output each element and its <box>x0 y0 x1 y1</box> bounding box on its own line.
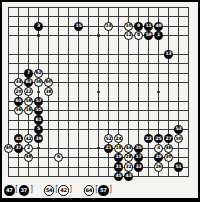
intersection <box>13 172 23 181</box>
intersection <box>83 87 93 96</box>
black-stone-63: 63 <box>24 78 33 87</box>
intersection <box>83 31 93 40</box>
intersection: 60 <box>43 78 53 87</box>
intersection: 59 <box>143 31 153 40</box>
intersection <box>123 50 133 59</box>
intersection <box>173 78 183 87</box>
intersection <box>143 40 153 49</box>
black-stone-23: 23 <box>144 134 153 143</box>
intersection <box>183 162 193 171</box>
intersection <box>83 125 93 134</box>
intersection <box>63 78 73 87</box>
intersection <box>63 97 73 106</box>
intersection <box>83 40 93 49</box>
intersection <box>73 144 83 153</box>
black-stone-41: 41 <box>14 134 23 143</box>
intersection <box>143 144 153 153</box>
intersection <box>33 153 43 162</box>
intersection <box>113 40 123 49</box>
intersection <box>63 3 73 12</box>
intersection: 19 <box>113 153 123 162</box>
intersection <box>33 50 43 59</box>
intersection <box>183 97 193 106</box>
intersection <box>173 40 183 49</box>
intersection <box>163 172 173 181</box>
intersection <box>153 87 163 96</box>
intersection <box>173 21 183 30</box>
legend-at-stone: 37 <box>19 185 30 196</box>
legend-move-stone: 64 <box>84 185 95 196</box>
intersection: 57 <box>33 97 43 106</box>
intersection <box>43 115 53 124</box>
intersection <box>3 12 13 21</box>
black-stone-55: 55 <box>34 106 43 115</box>
intersection <box>83 3 93 12</box>
intersection <box>113 78 123 87</box>
legend-move-stone: 54 <box>44 185 55 196</box>
intersection <box>173 3 183 12</box>
intersection: 28 <box>123 153 133 162</box>
intersection <box>153 40 163 49</box>
intersection <box>13 50 23 59</box>
legend-item: 64[57] <box>84 185 113 196</box>
black-stone-25: 25 <box>154 134 163 143</box>
intersection: 1 <box>153 31 163 40</box>
intersection <box>143 78 153 87</box>
intersection: 32 <box>123 162 133 171</box>
white-stone-52: 52 <box>104 134 113 143</box>
intersection <box>103 97 113 106</box>
intersection: 14 <box>103 21 113 30</box>
intersection <box>63 162 73 171</box>
intersection <box>163 125 173 134</box>
intersection: 65 <box>13 97 23 106</box>
black-stone-37: 37 <box>14 144 23 153</box>
intersection <box>33 144 43 153</box>
intersection: 49 <box>153 21 163 30</box>
intersection <box>133 59 143 68</box>
star-point <box>97 34 99 36</box>
intersection <box>43 21 53 30</box>
white-stone-12: 12 <box>124 31 133 40</box>
intersection <box>73 153 83 162</box>
intersection <box>33 12 43 21</box>
intersection <box>43 50 53 59</box>
intersection <box>63 50 73 59</box>
black-stone-3: 3 <box>34 22 43 31</box>
intersection <box>123 125 133 134</box>
intersection: 23 <box>143 134 153 143</box>
intersection <box>153 97 163 106</box>
intersection <box>143 3 153 12</box>
intersection <box>123 12 133 21</box>
intersection <box>43 153 53 162</box>
intersection <box>13 3 23 12</box>
intersection <box>113 3 123 12</box>
intersection <box>143 12 153 21</box>
intersection <box>183 31 193 40</box>
intersection: 45 <box>113 172 123 181</box>
intersection <box>183 59 193 68</box>
intersection <box>113 125 123 134</box>
legend-bracket: ] <box>30 186 32 194</box>
intersection <box>123 115 133 124</box>
intersection <box>73 31 83 40</box>
legend-bracket: [ <box>55 186 57 194</box>
intersection <box>133 115 143 124</box>
intersection: 38 <box>43 87 53 96</box>
legend-move-stone: 47 <box>4 185 15 196</box>
intersection <box>153 115 163 124</box>
intersection <box>183 153 193 162</box>
black-stone-57: 57 <box>34 97 43 106</box>
intersection <box>83 78 93 87</box>
intersection: 26 <box>153 162 163 171</box>
intersection <box>63 144 73 153</box>
intersection <box>93 87 103 96</box>
intersection: 48 <box>23 153 33 162</box>
intersection <box>23 50 33 59</box>
intersection <box>103 68 113 77</box>
intersection: 8 <box>133 31 143 40</box>
intersection <box>83 172 93 181</box>
intersection: 6 <box>53 153 63 162</box>
white-stone-24: 24 <box>114 134 123 143</box>
intersection: 55 <box>33 106 43 115</box>
intersection <box>73 78 83 87</box>
intersection <box>183 172 193 181</box>
intersection <box>63 106 73 115</box>
intersection <box>113 21 123 30</box>
intersection <box>43 125 53 134</box>
intersection <box>23 21 33 30</box>
intersection <box>13 115 23 124</box>
intersection <box>3 153 13 162</box>
intersection <box>173 153 183 162</box>
intersection <box>63 153 73 162</box>
intersection <box>103 87 113 96</box>
intersection <box>53 12 63 21</box>
intersection <box>53 115 63 124</box>
intersection <box>63 87 73 96</box>
white-stone-46: 46 <box>164 144 173 153</box>
intersection <box>163 87 173 96</box>
intersection <box>33 172 43 181</box>
intersection <box>93 106 103 115</box>
intersection <box>133 3 143 12</box>
white-stone-42: 42 <box>24 134 33 143</box>
intersection <box>73 87 83 96</box>
intersection <box>53 106 63 115</box>
intersection <box>93 40 103 49</box>
intersection <box>53 59 63 68</box>
intersection: 41 <box>13 134 23 143</box>
intersection: 39 <box>33 134 43 143</box>
intersection <box>53 172 63 181</box>
white-stone-40: 40 <box>4 144 13 153</box>
intersection <box>103 12 113 21</box>
intersection <box>153 172 163 181</box>
intersection <box>13 68 23 77</box>
intersection: 33 <box>133 162 143 171</box>
star-point <box>97 91 99 93</box>
intersection <box>163 162 173 171</box>
intersection <box>123 97 133 106</box>
intersection <box>173 144 183 153</box>
intersection <box>3 31 13 40</box>
intersection <box>23 59 33 68</box>
white-stone-58: 58 <box>24 97 33 106</box>
intersection <box>103 172 113 181</box>
intersection: 44 <box>123 144 133 153</box>
intersection <box>23 12 33 21</box>
intersection: 58 <box>23 97 33 106</box>
intersection: 2 <box>23 144 33 153</box>
intersection <box>3 115 13 124</box>
intersection <box>183 68 193 77</box>
black-stone-33: 33 <box>134 162 143 171</box>
intersection: 35 <box>133 144 143 153</box>
intersection <box>3 40 13 49</box>
intersection <box>153 50 163 59</box>
intersection <box>153 12 163 21</box>
intersection <box>153 59 163 68</box>
intersection <box>103 78 113 87</box>
intersection <box>93 172 103 181</box>
intersection <box>43 68 53 77</box>
legend-bracket: [ <box>15 186 17 194</box>
intersection <box>173 87 183 96</box>
black-stone-43: 43 <box>124 172 133 181</box>
star-point <box>97 147 99 149</box>
white-stone-10: 10 <box>124 22 133 31</box>
intersection <box>33 87 43 96</box>
intersection <box>183 87 193 96</box>
intersection <box>73 115 83 124</box>
intersection <box>53 134 63 143</box>
intersection <box>83 153 93 162</box>
intersection: 50 <box>173 134 183 143</box>
intersection <box>73 68 83 77</box>
intersection <box>33 40 43 49</box>
intersection <box>33 3 43 12</box>
black-stone-53: 53 <box>174 125 183 134</box>
intersection: 46 <box>163 144 173 153</box>
intersection <box>43 3 53 12</box>
intersection: 61 <box>33 115 43 124</box>
black-stone-31: 31 <box>114 162 123 171</box>
intersection <box>23 125 33 134</box>
intersection <box>93 12 103 21</box>
intersection <box>73 106 83 115</box>
intersection <box>3 162 13 171</box>
intersection <box>83 106 93 115</box>
star-point <box>37 34 39 36</box>
black-stone-15: 15 <box>74 22 83 31</box>
intersection: 16 <box>23 106 33 115</box>
intersection <box>3 134 13 143</box>
white-stone-4: 4 <box>154 144 163 153</box>
intersection <box>93 162 103 171</box>
intersection <box>183 3 193 12</box>
intersection <box>163 106 173 115</box>
intersection <box>13 153 23 162</box>
white-stone-32: 32 <box>124 162 133 171</box>
intersection <box>43 59 53 68</box>
intersection <box>133 87 143 96</box>
white-stone-30: 30 <box>164 153 173 162</box>
intersection <box>83 162 93 171</box>
intersection <box>43 172 53 181</box>
intersection <box>63 12 73 21</box>
intersection <box>163 59 173 68</box>
intersection <box>93 125 103 134</box>
intersection <box>53 97 63 106</box>
intersection <box>73 172 83 181</box>
intersection <box>73 3 83 12</box>
intersection <box>103 153 113 162</box>
intersection <box>3 3 13 12</box>
intersection <box>53 78 63 87</box>
intersection: 5 <box>33 125 43 134</box>
black-stone-39: 39 <box>34 134 43 143</box>
intersection <box>93 78 103 87</box>
intersection <box>83 115 93 124</box>
intersection <box>123 78 133 87</box>
intersection <box>113 12 123 21</box>
black-stone-59: 59 <box>144 31 153 40</box>
intersection <box>163 97 173 106</box>
intersection: 12 <box>123 31 133 40</box>
intersection <box>163 31 173 40</box>
intersection <box>53 31 63 40</box>
black-stone-9: 9 <box>134 22 143 31</box>
intersection <box>13 125 23 134</box>
intersection <box>63 31 73 40</box>
intersection: 24 <box>113 134 123 143</box>
intersection <box>33 59 43 68</box>
intersection <box>73 40 83 49</box>
legend-bracket: ] <box>110 186 112 194</box>
star-point <box>157 91 159 93</box>
intersection: 11 <box>143 21 153 30</box>
white-stone-14: 14 <box>104 22 113 31</box>
black-stone-1: 1 <box>154 31 163 40</box>
white-stone-16: 16 <box>24 106 33 115</box>
legend-item: 54[42] <box>44 185 73 196</box>
intersection <box>3 50 13 59</box>
intersection: 20 <box>13 87 23 96</box>
star-point <box>37 147 39 149</box>
intersection <box>183 40 193 49</box>
intersection <box>13 31 23 40</box>
intersection <box>143 59 153 68</box>
intersection <box>3 106 13 115</box>
intersection <box>23 172 33 181</box>
go-board: 3151410911491285911376234633660202238655… <box>3 3 193 181</box>
intersection <box>123 106 133 115</box>
intersection <box>173 31 183 40</box>
intersection <box>183 134 193 143</box>
intersection <box>13 12 23 21</box>
intersection <box>173 172 183 181</box>
black-stone-29: 29 <box>154 153 163 162</box>
intersection <box>53 144 63 153</box>
white-stone-44: 44 <box>124 144 133 153</box>
intersection: 4 <box>153 144 163 153</box>
intersection <box>133 106 143 115</box>
intersection <box>103 115 113 124</box>
intersection <box>143 153 153 162</box>
intersection <box>133 40 143 49</box>
intersection <box>163 68 173 77</box>
intersection <box>183 78 193 87</box>
white-stone-20: 20 <box>14 87 23 96</box>
intersection <box>93 31 103 40</box>
intersection <box>73 162 83 171</box>
black-stone-27: 27 <box>164 134 173 143</box>
intersection: 29 <box>153 153 163 162</box>
intersection: 7 <box>23 68 33 77</box>
intersection: 22 <box>23 87 33 96</box>
intersection <box>153 3 163 12</box>
intersection <box>173 115 183 124</box>
intersection: 25 <box>153 134 163 143</box>
intersection <box>183 144 193 153</box>
intersection <box>3 68 13 77</box>
intersection <box>93 50 103 59</box>
intersection <box>103 125 113 134</box>
intersection <box>23 115 33 124</box>
intersection: 10 <box>123 21 133 30</box>
intersection <box>83 12 93 21</box>
intersection <box>13 40 23 49</box>
intersection <box>73 97 83 106</box>
intersection: 3 <box>33 21 43 30</box>
intersection <box>123 68 133 77</box>
intersection <box>123 40 133 49</box>
intersection <box>173 68 183 77</box>
intersection <box>93 21 103 30</box>
intersection <box>173 97 183 106</box>
intersection <box>83 97 93 106</box>
intersection <box>103 31 113 40</box>
intersection <box>113 87 123 96</box>
intersection <box>133 78 143 87</box>
intersection <box>73 59 83 68</box>
intersection <box>73 12 83 21</box>
black-stone-45: 45 <box>114 172 123 181</box>
intersection <box>13 162 23 171</box>
white-stone-56: 56 <box>14 106 23 115</box>
intersection <box>113 68 123 77</box>
intersection <box>73 50 83 59</box>
intersection <box>133 172 143 181</box>
intersection: 62 <box>33 68 43 77</box>
intersection: 21 <box>103 144 113 153</box>
intersection <box>13 21 23 30</box>
intersection <box>133 12 143 21</box>
black-stone-51: 51 <box>174 162 183 171</box>
intersection: 51 <box>173 162 183 171</box>
intersection <box>143 87 153 96</box>
intersection <box>63 68 73 77</box>
intersection: 40 <box>3 144 13 153</box>
intersection <box>103 106 113 115</box>
intersection: 30 <box>163 153 173 162</box>
intersection <box>123 3 133 12</box>
intersection <box>113 59 123 68</box>
